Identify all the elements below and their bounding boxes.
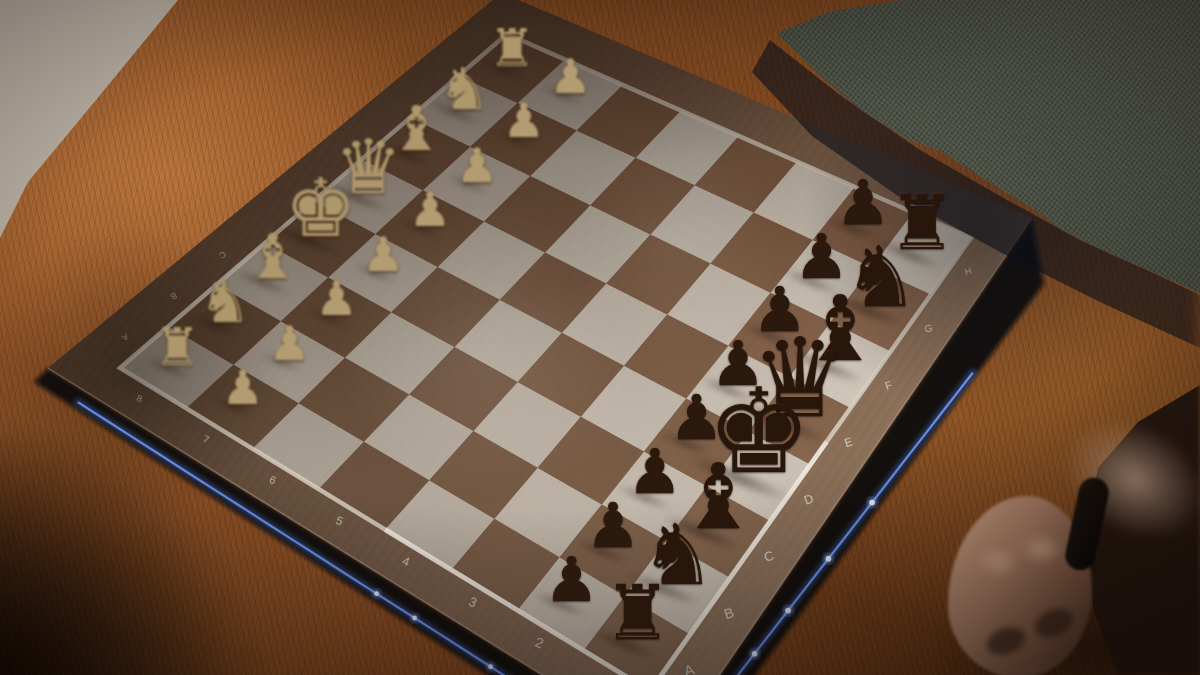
knuckle-highlight (1018, 532, 1064, 566)
knuckle-highlight (975, 545, 1021, 579)
led-dot (869, 500, 875, 506)
surface-sheen (565, 136, 785, 356)
led-dot (752, 651, 758, 657)
led-dot (826, 556, 832, 562)
led-dot (374, 591, 379, 596)
led-dot (488, 664, 493, 669)
led-dot (412, 616, 417, 621)
scene-photo: 8765432HGFEDCBAABC ♜♞♝♚♛♝♞♜♟♟♟♟♟♟♟♟♟♟♟♟♟… (0, 0, 1200, 675)
led-dot (785, 608, 791, 614)
